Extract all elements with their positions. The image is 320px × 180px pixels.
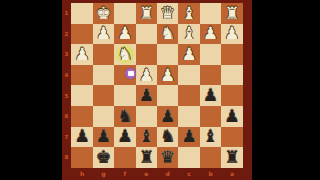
rank-label-1: 1 xyxy=(62,3,71,24)
square-g1[interactable]: ♚ xyxy=(93,3,114,24)
square-e7[interactable]: ♝ xyxy=(136,127,157,148)
white-king-g1[interactable]: ♚ xyxy=(96,4,111,21)
square-c3[interactable]: ♟ xyxy=(178,44,199,65)
black-pawn-e5[interactable]: ♟ xyxy=(139,87,154,104)
file-label-d: d xyxy=(157,168,178,180)
white-knight-d2[interactable]: ♞ xyxy=(160,25,175,42)
square-a1[interactable]: ♜ xyxy=(221,3,242,24)
square-f7[interactable]: ♟ xyxy=(114,127,135,148)
square-e3[interactable] xyxy=(136,44,157,65)
white-knight-f3[interactable]: ♞ xyxy=(117,45,132,62)
square-h1[interactable] xyxy=(71,3,92,24)
black-knight-f6[interactable]: ♞ xyxy=(117,107,132,124)
white-pawn-h3[interactable]: ♟ xyxy=(74,45,89,62)
square-a4[interactable] xyxy=(221,65,242,86)
white-pawn-c3[interactable]: ♟ xyxy=(181,45,196,62)
white-queen-d1[interactable]: ♛ xyxy=(160,4,175,21)
square-c5[interactable] xyxy=(178,85,199,106)
black-bishop-b7[interactable]: ♝ xyxy=(203,128,218,145)
white-pawn-b2[interactable]: ♟ xyxy=(203,25,218,42)
square-d5[interactable] xyxy=(157,85,178,106)
white-pawn-d4[interactable]: ♟ xyxy=(160,66,175,83)
square-h7[interactable]: ♟ xyxy=(71,127,92,148)
square-f3[interactable]: ♞ xyxy=(114,44,135,65)
square-h6[interactable] xyxy=(71,106,92,127)
white-pawn-g2[interactable]: ♟ xyxy=(96,25,111,42)
square-f8[interactable] xyxy=(114,147,135,168)
black-pawn-h7[interactable]: ♟ xyxy=(74,128,89,145)
black-pawn-d6[interactable]: ♟ xyxy=(160,107,175,124)
square-g7[interactable]: ♟ xyxy=(93,127,114,148)
white-bishop-c1[interactable]: ♝ xyxy=(181,4,196,21)
square-e1[interactable]: ♜ xyxy=(136,3,157,24)
file-label-e: e xyxy=(136,168,157,180)
square-g8[interactable]: ♚ xyxy=(93,147,114,168)
rank-label-7: 7 xyxy=(62,127,71,148)
square-b1[interactable] xyxy=(200,3,221,24)
square-d7[interactable]: ♞ xyxy=(157,127,178,148)
square-b7[interactable]: ♝ xyxy=(200,127,221,148)
book-move-badge xyxy=(125,68,136,79)
rank-label-4: 4 xyxy=(62,65,71,86)
file-label-f: f xyxy=(114,168,135,180)
file-label-c: c xyxy=(178,168,199,180)
book-icon xyxy=(128,71,134,76)
square-a8[interactable]: ♜ xyxy=(221,147,242,168)
square-b8[interactable] xyxy=(200,147,221,168)
black-pawn-a6[interactable]: ♟ xyxy=(224,107,239,124)
square-h3[interactable]: ♟ xyxy=(71,44,92,65)
square-a5[interactable] xyxy=(221,85,242,106)
square-b5[interactable]: ♟ xyxy=(200,85,221,106)
square-e5[interactable]: ♟ xyxy=(136,85,157,106)
square-d2[interactable]: ♞ xyxy=(157,24,178,45)
video-frame: 12345678 ♚♜♛♝♜♟♟♞♝♟♟♟♞♟♟♟♟♟♞♟♟♟♟♟♝♞♟♝♚♜♛… xyxy=(0,0,320,180)
black-pawn-g7[interactable]: ♟ xyxy=(96,128,111,145)
black-pawn-b5[interactable]: ♟ xyxy=(203,87,218,104)
square-a7[interactable] xyxy=(221,127,242,148)
square-c6[interactable] xyxy=(178,106,199,127)
square-g5[interactable] xyxy=(93,85,114,106)
square-b2[interactable]: ♟ xyxy=(200,24,221,45)
square-d8[interactable]: ♛ xyxy=(157,147,178,168)
square-g6[interactable] xyxy=(93,106,114,127)
square-g4[interactable] xyxy=(93,65,114,86)
black-rook-e8[interactable]: ♜ xyxy=(139,148,154,165)
square-f2[interactable]: ♟ xyxy=(114,24,135,45)
file-label-g: g xyxy=(93,168,114,180)
rank-label-2: 2 xyxy=(62,24,71,45)
chess-board: ♚♜♛♝♜♟♟♞♝♟♟♟♞♟♟♟♟♟♞♟♟♟♟♟♝♞♟♝♚♜♛♜ xyxy=(71,3,242,168)
white-bishop-c2[interactable]: ♝ xyxy=(181,25,196,42)
square-d4[interactable]: ♟ xyxy=(157,65,178,86)
square-a6[interactable]: ♟ xyxy=(221,106,242,127)
rank-labels: 12345678 xyxy=(62,3,71,168)
black-bishop-e7[interactable]: ♝ xyxy=(139,128,154,145)
rank-label-8: 8 xyxy=(62,147,71,168)
square-c7[interactable]: ♟ xyxy=(178,127,199,148)
white-pawn-e4[interactable]: ♟ xyxy=(139,66,154,83)
square-e6[interactable] xyxy=(136,106,157,127)
square-f1[interactable] xyxy=(114,3,135,24)
square-d1[interactable]: ♛ xyxy=(157,3,178,24)
square-e4[interactable]: ♟ xyxy=(136,65,157,86)
square-h2[interactable] xyxy=(71,24,92,45)
square-c2[interactable]: ♝ xyxy=(178,24,199,45)
square-f6[interactable]: ♞ xyxy=(114,106,135,127)
rank-label-3: 3 xyxy=(62,44,71,65)
square-f5[interactable] xyxy=(114,85,135,106)
white-rook-a1[interactable]: ♜ xyxy=(224,4,239,21)
black-queen-d8[interactable]: ♛ xyxy=(160,148,175,165)
black-knight-d7[interactable]: ♞ xyxy=(160,128,175,145)
square-c8[interactable] xyxy=(178,147,199,168)
square-d3[interactable] xyxy=(157,44,178,65)
square-d6[interactable]: ♟ xyxy=(157,106,178,127)
rank-label-6: 6 xyxy=(62,106,71,127)
file-labels: hgfedcba xyxy=(71,168,242,180)
square-c1[interactable]: ♝ xyxy=(178,3,199,24)
square-c4[interactable] xyxy=(178,65,199,86)
file-label-h: h xyxy=(71,168,92,180)
square-e8[interactable]: ♜ xyxy=(136,147,157,168)
square-a2[interactable]: ♟ xyxy=(221,24,242,45)
rank-label-5: 5 xyxy=(62,85,71,106)
black-pawn-f7[interactable]: ♟ xyxy=(117,128,132,145)
white-pawn-f2[interactable]: ♟ xyxy=(117,25,132,42)
square-h4[interactable] xyxy=(71,65,92,86)
square-b4[interactable] xyxy=(200,65,221,86)
square-b3[interactable] xyxy=(200,44,221,65)
white-rook-e1[interactable]: ♜ xyxy=(139,4,154,21)
square-h8[interactable] xyxy=(71,147,92,168)
black-king-g8[interactable]: ♚ xyxy=(96,148,111,165)
black-pawn-c7[interactable]: ♟ xyxy=(181,128,196,145)
square-a3[interactable] xyxy=(221,44,242,65)
file-label-a: a xyxy=(221,168,242,180)
square-h5[interactable] xyxy=(71,85,92,106)
square-e2[interactable] xyxy=(136,24,157,45)
black-rook-a8[interactable]: ♜ xyxy=(224,148,239,165)
square-g2[interactable]: ♟ xyxy=(93,24,114,45)
white-pawn-a2[interactable]: ♟ xyxy=(224,25,239,42)
file-label-b: b xyxy=(200,168,221,180)
square-b6[interactable] xyxy=(200,106,221,127)
square-g3[interactable] xyxy=(93,44,114,65)
